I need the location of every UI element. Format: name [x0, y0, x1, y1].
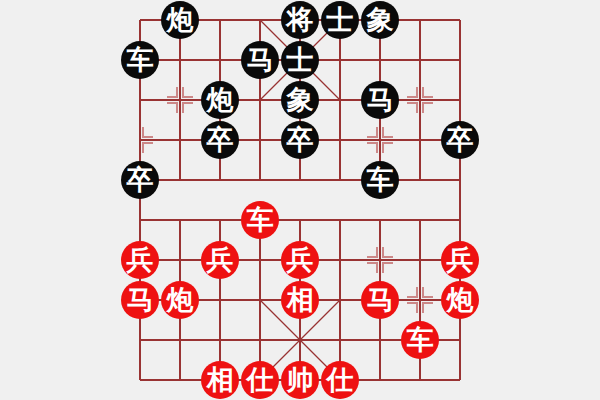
black-soldier[interactable]: 卒 — [121, 161, 159, 199]
black-soldier[interactable]: 卒 — [441, 121, 479, 159]
red-horse[interactable]: 马 — [361, 281, 399, 319]
black-horse[interactable]: 马 — [361, 81, 399, 119]
black-cannon[interactable]: 炮 — [161, 1, 199, 39]
red-chariot[interactable]: 车 — [241, 201, 279, 239]
red-soldier[interactable]: 兵 — [441, 241, 479, 279]
black-advisor[interactable]: 士 — [281, 41, 319, 79]
black-horse[interactable]: 马 — [241, 41, 279, 79]
red-elephant[interactable]: 相 — [281, 281, 319, 319]
pieces-layer: 炮将士象车马士炮象马卒卒卒卒车车兵兵兵兵马炮相马炮车相仕帅仕 — [120, 0, 480, 400]
red-cannon[interactable]: 炮 — [441, 281, 479, 319]
red-advisor[interactable]: 仕 — [321, 361, 359, 399]
black-cannon[interactable]: 炮 — [201, 81, 239, 119]
red-advisor[interactable]: 仕 — [241, 361, 279, 399]
black-elephant[interactable]: 象 — [361, 1, 399, 39]
black-advisor[interactable]: 士 — [321, 1, 359, 39]
black-soldier[interactable]: 卒 — [201, 121, 239, 159]
black-soldier[interactable]: 卒 — [281, 121, 319, 159]
red-chariot[interactable]: 车 — [401, 321, 439, 359]
black-elephant[interactable]: 象 — [281, 81, 319, 119]
black-chariot[interactable]: 车 — [361, 161, 399, 199]
red-soldier[interactable]: 兵 — [201, 241, 239, 279]
red-soldier[interactable]: 兵 — [281, 241, 319, 279]
red-elephant[interactable]: 相 — [201, 361, 239, 399]
black-chariot[interactable]: 车 — [121, 41, 159, 79]
black-general[interactable]: 将 — [281, 1, 319, 39]
red-general[interactable]: 帅 — [281, 361, 319, 399]
xiangqi-board: 炮将士象车马士炮象马卒卒卒卒车车兵兵兵兵马炮相马炮车相仕帅仕 — [0, 0, 600, 400]
red-cannon[interactable]: 炮 — [161, 281, 199, 319]
red-soldier[interactable]: 兵 — [121, 241, 159, 279]
red-horse[interactable]: 马 — [121, 281, 159, 319]
